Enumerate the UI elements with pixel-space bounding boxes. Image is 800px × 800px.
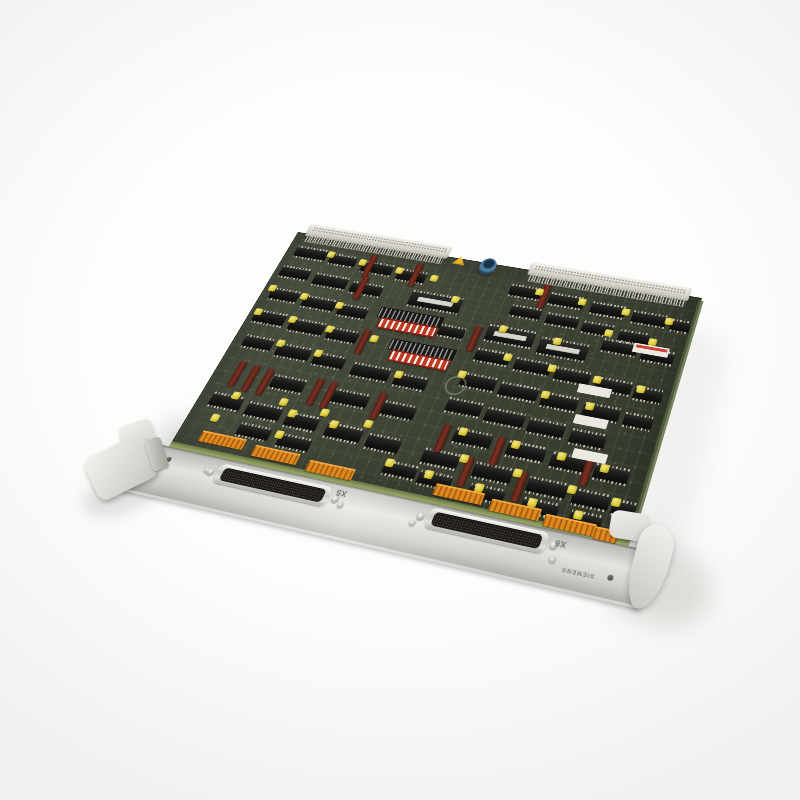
resistor-network-sip	[433, 424, 452, 453]
dip-ic	[630, 312, 668, 327]
dip-ic	[379, 402, 417, 420]
dip-ic	[437, 326, 466, 339]
circuit-board-assembly: X5 X6 SIEMENS	[168, 232, 702, 548]
ejector-handle-left	[86, 420, 178, 515]
dip-ic	[349, 364, 392, 382]
dip-ic	[483, 409, 526, 428]
ejector-handle-right	[606, 508, 701, 618]
dip-ic	[592, 465, 630, 484]
dip-ic	[420, 450, 461, 469]
capacitor-yellow	[363, 419, 374, 428]
capacitor-yellow	[369, 335, 380, 343]
dip-ic	[293, 247, 329, 260]
dip-ic	[269, 376, 307, 393]
dip-ic	[241, 336, 275, 351]
capacitor-yellow	[577, 298, 587, 306]
dip-ic	[570, 490, 611, 510]
capacitor-yellow	[429, 275, 439, 282]
dip-ic	[512, 359, 552, 375]
dip-ic	[311, 274, 349, 289]
dip-ic	[553, 368, 592, 384]
dip-ic	[471, 463, 514, 483]
pin-header-orange	[305, 460, 356, 481]
dip-ic	[526, 420, 566, 439]
dip-ic	[622, 414, 654, 430]
dip-ic	[444, 399, 484, 417]
capacitor-yellow	[604, 329, 614, 337]
capacitor-yellow	[503, 353, 514, 361]
capacitor-yellow	[319, 408, 330, 417]
dip-ic	[568, 430, 607, 449]
large-ic	[483, 326, 536, 348]
dip-ic	[497, 383, 539, 401]
dip-ic	[330, 390, 370, 408]
large-ic	[536, 338, 590, 360]
dip-ic	[364, 435, 403, 453]
dip-ic	[278, 267, 312, 280]
dip-ic	[525, 478, 569, 499]
product-photo: X5 X6 SIEMENS	[0, 0, 800, 800]
warning-triangle-sticker	[451, 255, 468, 265]
capacitor-yellow	[621, 308, 631, 316]
capacitor-yellow	[209, 413, 221, 422]
dip-ic	[243, 403, 283, 421]
capacitor-blue	[476, 257, 499, 275]
dip-ic	[544, 314, 580, 328]
capacitor-yellow	[278, 398, 289, 407]
dip-ic	[509, 306, 543, 320]
dip-ic	[274, 344, 313, 360]
dip-ic	[589, 303, 626, 318]
